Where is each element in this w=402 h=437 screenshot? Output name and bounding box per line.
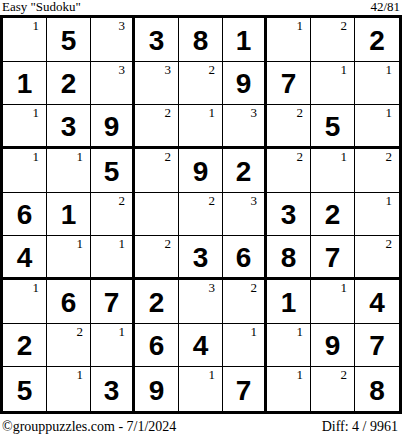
cell-digit: 3 (104, 374, 120, 405)
pencil-mark: 2 (341, 367, 348, 382)
cell-digit: 4 (193, 329, 209, 360)
cell-r6c3[interactable]: 1 (91, 236, 135, 280)
pencil-mark: 1 (33, 280, 40, 295)
cell-r4c1[interactable]: 1 (3, 149, 47, 193)
pencil-mark: 2 (209, 62, 216, 77)
pencil-mark: 1 (386, 62, 393, 77)
progress-counter: 42/81 (370, 0, 400, 13)
pencil-mark: 2 (297, 149, 304, 164)
pencil-mark: 1 (341, 62, 348, 77)
cell-r1c1[interactable]: 1 (3, 18, 47, 62)
pencil-mark: 1 (209, 105, 216, 120)
pencil-mark: 2 (386, 236, 393, 251)
cell-digit: 1 (281, 286, 297, 317)
cell-digit: 4 (17, 241, 33, 272)
cell-digit: 1 (236, 24, 252, 55)
cell-digit: 6 (149, 329, 165, 360)
cell-r1c5[interactable]: 8 (179, 18, 223, 62)
cell-r4c8[interactable]: 1 (311, 149, 355, 193)
cell-digit: 8 (369, 374, 385, 405)
cell-r5c3[interactable]: 2 (91, 193, 135, 237)
pencil-mark: 1 (251, 324, 258, 339)
cell-r1c7[interactable]: 1 (267, 18, 311, 62)
pencil-mark: 3 (165, 62, 172, 77)
cell-digit: 3 (61, 110, 77, 141)
pencil-mark: 2 (297, 105, 304, 120)
cell-r2c5[interactable]: 2 (179, 62, 223, 106)
cell-r7c5[interactable]: 3 (179, 280, 223, 324)
cell-digit: 5 (104, 155, 120, 186)
pencil-mark: 2 (165, 105, 172, 120)
cell-r5c7[interactable]: 3 (267, 193, 311, 237)
cell-digit: 4 (369, 286, 385, 317)
pencil-mark: 2 (165, 149, 172, 164)
cell-digit: 7 (236, 374, 252, 405)
cell-r8c5[interactable]: 4 (179, 324, 223, 368)
pencil-mark: 1 (33, 18, 40, 33)
cell-r3c7[interactable]: 2 (267, 105, 311, 149)
cell-r9c1[interactable]: 5 (3, 367, 47, 411)
cell-r3c4[interactable]: 2 (135, 105, 179, 149)
pencil-mark: 2 (341, 18, 348, 33)
cell-r7c6[interactable]: 2 (223, 280, 267, 324)
cell-r9c8[interactable]: 2 (311, 367, 355, 411)
pencil-mark: 3 (119, 18, 126, 33)
cell-digit: 9 (104, 110, 120, 141)
cell-r9c4[interactable]: 9 (135, 367, 179, 411)
cell-r3c8[interactable]: 5 (311, 105, 355, 149)
cell-r1c8[interactable]: 2 (311, 18, 355, 62)
pencil-mark: 1 (297, 324, 304, 339)
cell-r6c5[interactable]: 3 (179, 236, 223, 280)
cell-r1c2[interactable]: 5 (47, 18, 91, 62)
cell-r3c6[interactable]: 3 (223, 105, 267, 149)
cell-r2c3[interactable]: 3 (91, 62, 135, 106)
cell-r4c7[interactable]: 2 (267, 149, 311, 193)
cell-r5c4[interactable] (135, 193, 179, 237)
pencil-mark: 2 (165, 236, 172, 251)
cell-r9c9[interactable]: 8 (355, 367, 399, 411)
cell-digit: 5 (325, 110, 341, 141)
pencil-mark: 1 (297, 367, 304, 382)
pencil-mark: 2 (77, 324, 84, 339)
cell-digit: 8 (281, 241, 297, 272)
pencil-mark: 1 (77, 149, 84, 164)
cell-r2c9[interactable]: 1 (355, 62, 399, 106)
cell-digit: 7 (369, 329, 385, 360)
cell-r9c3[interactable]: 3 (91, 367, 135, 411)
cell-r5c9[interactable]: 1 (355, 193, 399, 237)
cell-r9c2[interactable]: 1 (47, 367, 91, 411)
cell-digit: 5 (17, 374, 33, 405)
cell-r8c1[interactable]: 2 (3, 324, 47, 368)
cell-digit: 8 (193, 24, 209, 55)
cell-r5c6[interactable]: 3 (223, 193, 267, 237)
cell-r8c9[interactable]: 7 (355, 324, 399, 368)
cell-r1c6[interactable]: 1 (223, 18, 267, 62)
cell-r6c9[interactable]: 2 (355, 236, 399, 280)
cell-r5c2[interactable]: 1 (47, 193, 91, 237)
pencil-mark: 2 (119, 193, 126, 208)
cell-digit: 1 (61, 198, 77, 229)
cell-digit: 2 (149, 286, 165, 317)
pencil-mark: 3 (251, 105, 258, 120)
cell-r4c3[interactable]: 5 (91, 149, 135, 193)
cell-r2c2[interactable]: 2 (47, 62, 91, 106)
cell-r3c5[interactable]: 1 (179, 105, 223, 149)
cell-r2c1[interactable]: 1 (3, 62, 47, 106)
cell-r9c6[interactable]: 7 (223, 367, 267, 411)
pencil-mark: 1 (341, 280, 348, 295)
cell-digit: 2 (236, 155, 252, 186)
cell-digit: 3 (193, 241, 209, 272)
cell-r4c2[interactable]: 1 (47, 149, 91, 193)
cell-digit: 2 (61, 67, 77, 98)
puzzle-title: Easy "Sudoku" (2, 0, 81, 13)
cell-r9c7[interactable]: 1 (267, 367, 311, 411)
cell-r2c8[interactable]: 1 (311, 62, 355, 106)
pencil-mark: 1 (209, 367, 216, 382)
difficulty-text: Diff: 4 / 9961 (322, 419, 398, 435)
cell-r7c4[interactable]: 2 (135, 280, 179, 324)
pencil-mark: 1 (341, 149, 348, 164)
cell-r8c2[interactable]: 2 (47, 324, 91, 368)
cell-r4c4[interactable]: 2 (135, 149, 179, 193)
sudoku-grid: 1533811221233297111392132511152922126122… (0, 15, 402, 414)
cell-digit: 3 (281, 198, 297, 229)
pencil-mark: 3 (119, 62, 126, 77)
footer: ©grouppuzzles.com - 7/1/2024 Diff: 4 / 9… (0, 419, 402, 435)
cell-r1c9[interactable]: 2 (355, 18, 399, 62)
cell-r4c9[interactable]: 2 (355, 149, 399, 193)
cell-r2c7[interactable]: 7 (267, 62, 311, 106)
pencil-mark: 1 (119, 236, 126, 251)
cell-r8c3[interactable]: 1 (91, 324, 135, 368)
cell-r3c1[interactable]: 1 (3, 105, 47, 149)
cell-r9c5[interactable]: 1 (179, 367, 223, 411)
cell-r6c2[interactable]: 1 (47, 236, 91, 280)
cell-r3c9[interactable]: 1 (355, 105, 399, 149)
pencil-mark: 1 (297, 18, 304, 33)
cell-r7c1[interactable]: 1 (3, 280, 47, 324)
cell-r5c5[interactable]: 2 (179, 193, 223, 237)
cell-r8c6[interactable]: 1 (223, 324, 267, 368)
pencil-mark: 2 (209, 193, 216, 208)
cell-r6c8[interactable]: 7 (311, 236, 355, 280)
cell-r3c2[interactable]: 3 (47, 105, 91, 149)
cell-r7c9[interactable]: 4 (355, 280, 399, 324)
cell-r1c4[interactable]: 3 (135, 18, 179, 62)
cell-r7c3[interactable]: 7 (91, 280, 135, 324)
cell-r6c6[interactable]: 6 (223, 236, 267, 280)
header: Easy "Sudoku" 42/81 (0, 0, 402, 15)
pencil-mark: 1 (119, 324, 126, 339)
cell-digit: 5 (61, 24, 77, 55)
pencil-mark: 1 (77, 236, 84, 251)
pencil-mark: 3 (251, 193, 258, 208)
cell-r8c8[interactable]: 9 (311, 324, 355, 368)
cell-digit: 2 (325, 198, 341, 229)
pencil-mark: 2 (386, 149, 393, 164)
cell-r4c6[interactable]: 2 (223, 149, 267, 193)
cell-digit: 6 (61, 286, 77, 317)
pencil-mark: 1 (386, 193, 393, 208)
cell-digit: 1 (17, 67, 33, 98)
cell-r8c4[interactable]: 6 (135, 324, 179, 368)
cell-r7c7[interactable]: 1 (267, 280, 311, 324)
pencil-mark: 1 (386, 105, 393, 120)
cell-digit: 6 (17, 198, 33, 229)
cell-r7c2[interactable]: 6 (47, 280, 91, 324)
cell-digit: 7 (281, 67, 297, 98)
cell-digit: 7 (104, 286, 120, 317)
copyright-text: ©grouppuzzles.com - 7/1/2024 (2, 419, 176, 435)
cell-digit: 3 (149, 24, 165, 55)
cell-digit: 6 (236, 241, 252, 272)
cell-r7c8[interactable]: 1 (311, 280, 355, 324)
cell-digit: 7 (325, 241, 341, 272)
pencil-mark: 3 (209, 280, 216, 295)
cell-r5c8[interactable]: 2 (311, 193, 355, 237)
cell-r2c6[interactable]: 9 (223, 62, 267, 106)
cell-r8c7[interactable]: 1 (267, 324, 311, 368)
pencil-mark: 1 (33, 105, 40, 120)
cell-digit: 9 (236, 67, 252, 98)
pencil-mark: 1 (33, 149, 40, 164)
cell-digit: 9 (193, 155, 209, 186)
pencil-mark: 1 (77, 367, 84, 382)
cell-r6c4[interactable]: 2 (135, 236, 179, 280)
cell-r4c5[interactable]: 9 (179, 149, 223, 193)
cell-r6c1[interactable]: 4 (3, 236, 47, 280)
cell-digit: 9 (325, 329, 341, 360)
cell-r1c3[interactable]: 3 (91, 18, 135, 62)
cell-r5c1[interactable]: 6 (3, 193, 47, 237)
cell-digit: 2 (17, 329, 33, 360)
cell-r2c4[interactable]: 3 (135, 62, 179, 106)
cell-digit: 9 (149, 374, 165, 405)
cell-digit: 2 (369, 24, 385, 55)
pencil-mark: 2 (251, 280, 258, 295)
cell-r3c3[interactable]: 9 (91, 105, 135, 149)
cell-r6c7[interactable]: 8 (267, 236, 311, 280)
